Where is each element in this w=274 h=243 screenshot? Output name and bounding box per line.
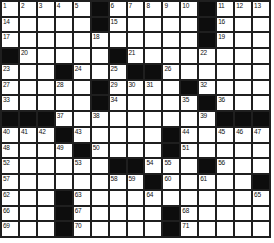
cell-r15c1[interactable]: 69	[2, 222, 18, 236]
cell-r7c14[interactable]	[235, 96, 251, 110]
cell-r13c10[interactable]	[163, 191, 179, 205]
cell-r15c9[interactable]	[145, 222, 161, 236]
clue-number: 5	[75, 2, 78, 9]
cell-r15c14[interactable]	[235, 222, 251, 236]
cell-r3c14[interactable]	[235, 33, 251, 47]
cell-r11c13[interactable]: 56	[217, 159, 233, 173]
clue-number: 46	[236, 128, 243, 135]
cell-r6c15[interactable]	[253, 81, 269, 95]
cell-r9c11[interactable]: 44	[181, 128, 197, 142]
black-cell-r5c8	[128, 65, 144, 79]
clue-number: 27	[3, 81, 10, 88]
clue-number: 54	[146, 159, 153, 166]
cell-r5c6[interactable]	[92, 65, 108, 79]
cell-r10c11[interactable]: 51	[181, 144, 197, 158]
clue-number: 1	[3, 2, 6, 9]
cell-r4c5[interactable]	[74, 49, 90, 63]
clue-number: 13	[254, 2, 261, 9]
clue-number: 69	[3, 222, 10, 229]
cell-r1c5[interactable]: 5	[74, 2, 90, 16]
black-cell-r8c14	[235, 112, 251, 126]
clue-number: 22	[200, 49, 207, 56]
cell-r10c15[interactable]	[253, 144, 269, 158]
black-cell-r8c2	[20, 112, 36, 126]
cell-r2c13[interactable]: 16	[217, 18, 233, 32]
cell-r10c8[interactable]	[128, 144, 144, 158]
cell-r15c12[interactable]	[199, 222, 215, 236]
cell-r12c6[interactable]	[92, 175, 108, 189]
cell-r9c12[interactable]	[199, 128, 215, 142]
cell-r12c4[interactable]	[56, 175, 72, 189]
cell-r14c13[interactable]	[217, 207, 233, 221]
clue-number: 70	[75, 222, 82, 229]
cell-r8c6[interactable]: 38	[92, 112, 108, 126]
clue-number: 64	[146, 191, 153, 198]
cell-r7c5[interactable]	[74, 96, 90, 110]
clue-number: 29	[111, 81, 118, 88]
clue-number: 3	[39, 2, 42, 9]
cell-r4c6[interactable]	[92, 49, 108, 63]
cell-r8c11[interactable]	[181, 112, 197, 126]
cell-r12c5[interactable]	[74, 175, 90, 189]
clue-number: 8	[146, 2, 149, 9]
cell-r5c2[interactable]	[20, 65, 36, 79]
clue-number: 14	[3, 18, 10, 25]
black-cell-r5c9	[145, 65, 161, 79]
cell-r14c5[interactable]: 67	[74, 207, 90, 221]
cell-r8c12[interactable]: 39	[199, 112, 215, 126]
clue-number: 32	[200, 81, 207, 88]
black-cell-r10c5	[74, 144, 90, 158]
cell-r6c14[interactable]	[235, 81, 251, 95]
black-cell-r13c4	[56, 191, 72, 205]
clue-number: 21	[129, 49, 136, 56]
cell-r6c13[interactable]	[217, 81, 233, 95]
cell-r1c10[interactable]: 9	[163, 2, 179, 16]
clue-number: 68	[182, 207, 189, 214]
clue-number: 47	[254, 128, 261, 135]
cell-r13c3[interactable]	[38, 191, 54, 205]
cell-r7c13[interactable]: 36	[217, 96, 233, 110]
cell-r1c14[interactable]: 12	[235, 2, 251, 16]
cell-r11c1[interactable]: 52	[2, 159, 18, 173]
clue-number: 45	[218, 128, 225, 135]
clue-number: 66	[3, 207, 10, 214]
cell-r5c3[interactable]	[38, 65, 54, 79]
cell-r12c10[interactable]: 60	[163, 175, 179, 189]
cell-r13c6[interactable]	[92, 191, 108, 205]
black-cell-r6c11	[181, 81, 197, 95]
cell-r9c15[interactable]: 47	[253, 128, 269, 142]
black-cell-r9c4	[56, 128, 72, 142]
black-cell-r3c12	[199, 33, 215, 47]
cell-r3c3[interactable]	[38, 33, 54, 47]
cell-r2c5[interactable]	[74, 18, 90, 32]
cell-r14c1[interactable]: 66	[2, 207, 18, 221]
cell-r12c8[interactable]: 59	[128, 175, 144, 189]
cell-r5c13[interactable]	[217, 65, 233, 79]
black-cell-r8c15	[253, 112, 269, 126]
cell-r2c4[interactable]	[56, 18, 72, 32]
clue-number: 19	[218, 33, 225, 40]
clue-number: 34	[111, 96, 118, 103]
cell-r11c4[interactable]	[56, 159, 72, 173]
clue-number: 44	[182, 128, 189, 135]
cell-r6c5[interactable]	[74, 81, 90, 95]
cell-r6c3[interactable]	[38, 81, 54, 95]
black-cell-r14c4	[56, 207, 72, 221]
clue-number: 41	[21, 128, 28, 135]
cell-r9c8[interactable]	[128, 128, 144, 142]
clue-number: 26	[164, 65, 171, 72]
clue-number: 28	[57, 81, 64, 88]
cell-r9c7[interactable]	[110, 128, 126, 142]
black-cell-r4c7	[110, 49, 126, 63]
clue-number: 33	[3, 96, 10, 103]
cell-r2c14[interactable]	[235, 18, 251, 32]
cell-r12c3[interactable]	[38, 175, 54, 189]
cell-r10c12[interactable]	[199, 144, 215, 158]
cell-r2c3[interactable]	[38, 18, 54, 32]
cell-r6c12[interactable]: 32	[199, 81, 215, 95]
clue-number: 18	[93, 33, 100, 40]
cell-r14c2[interactable]	[20, 207, 36, 221]
cell-r4c10[interactable]	[163, 49, 179, 63]
clue-number: 2	[21, 2, 24, 9]
clue-number: 30	[129, 81, 136, 88]
black-cell-r6c6	[92, 81, 108, 95]
cell-r11c6[interactable]	[92, 159, 108, 173]
clue-number: 39	[200, 112, 207, 119]
cell-r6c2[interactable]	[20, 81, 36, 95]
cell-r3c15[interactable]	[253, 33, 269, 47]
cell-r3c8[interactable]	[128, 33, 144, 47]
crossword-board: 1234567891011121314151617181920212223242…	[0, 0, 271, 238]
cell-r1c11[interactable]: 10	[181, 2, 197, 16]
cell-r7c1[interactable]: 33	[2, 96, 18, 110]
clue-number: 51	[182, 144, 189, 151]
cell-r1c13[interactable]: 11	[217, 2, 233, 16]
cell-r9c13[interactable]: 45	[217, 128, 233, 142]
cell-r3c6[interactable]: 18	[92, 33, 108, 47]
cell-r10c9[interactable]	[145, 144, 161, 158]
cell-r15c7[interactable]	[110, 222, 126, 236]
cell-r8c9[interactable]	[145, 112, 161, 126]
cell-r13c11[interactable]	[181, 191, 197, 205]
cell-r12c7[interactable]: 58	[110, 175, 126, 189]
cell-r6c9[interactable]: 31	[145, 81, 161, 95]
cell-r9c3[interactable]: 42	[38, 128, 54, 142]
cell-r12c11[interactable]	[181, 175, 197, 189]
cell-r8c8[interactable]	[128, 112, 144, 126]
cell-r5c12[interactable]	[199, 65, 215, 79]
black-cell-r2c6	[92, 18, 108, 32]
cell-r12c12[interactable]: 61	[199, 175, 215, 189]
cell-r13c15[interactable]: 65	[253, 191, 269, 205]
cell-r14c12[interactable]	[199, 207, 215, 221]
black-cell-r1c6	[92, 2, 108, 16]
cell-r11c3[interactable]	[38, 159, 54, 173]
cell-r4c4[interactable]	[56, 49, 72, 63]
cell-r13c7[interactable]	[110, 191, 126, 205]
cell-r15c8[interactable]	[128, 222, 144, 236]
cell-r7c9[interactable]	[145, 96, 161, 110]
clue-number: 59	[129, 175, 136, 182]
cell-r7c8[interactable]	[128, 96, 144, 110]
cell-r4c9[interactable]	[145, 49, 161, 63]
clue-number: 10	[182, 2, 189, 9]
cell-r10c2[interactable]	[20, 144, 36, 158]
cell-r1c1[interactable]: 1	[2, 2, 18, 16]
cell-r1c8[interactable]: 7	[128, 2, 144, 16]
cell-r15c3[interactable]	[38, 222, 54, 236]
clue-number: 61	[200, 175, 207, 182]
cell-r3c5[interactable]	[74, 33, 90, 47]
cell-r10c3[interactable]	[38, 144, 54, 158]
black-cell-r2c12	[199, 18, 215, 32]
cell-r4c3[interactable]	[38, 49, 54, 63]
cell-r2c9[interactable]	[145, 18, 161, 32]
black-cell-r12c9	[145, 175, 161, 189]
cell-r7c11[interactable]: 35	[181, 96, 197, 110]
cell-r13c8[interactable]	[128, 191, 144, 205]
cell-r12c2[interactable]	[20, 175, 36, 189]
cell-r14c15[interactable]	[253, 207, 269, 221]
cell-r2c8[interactable]	[128, 18, 144, 32]
cell-r4c15[interactable]	[253, 49, 269, 63]
cell-r11c14[interactable]	[235, 159, 251, 173]
cell-r3c4[interactable]	[56, 33, 72, 47]
cell-r14c11[interactable]: 68	[181, 207, 197, 221]
cell-r2c10[interactable]	[163, 18, 179, 32]
clue-number: 38	[93, 112, 100, 119]
black-cell-r7c12	[199, 96, 215, 110]
cell-r8c10[interactable]	[163, 112, 179, 126]
clue-number: 17	[3, 33, 10, 40]
cell-r13c5[interactable]: 63	[74, 191, 90, 205]
cell-r13c1[interactable]: 62	[2, 191, 18, 205]
cell-r8c4[interactable]: 37	[56, 112, 72, 126]
clue-number: 58	[111, 175, 118, 182]
black-cell-r11c12	[199, 159, 215, 173]
cell-r3c11[interactable]	[181, 33, 197, 47]
black-cell-r8c1	[2, 112, 18, 126]
clue-number: 50	[93, 144, 100, 151]
cell-r1c2[interactable]: 2	[20, 2, 36, 16]
clue-number: 4	[57, 2, 60, 9]
clue-number: 40	[3, 128, 10, 135]
cell-r3c9[interactable]	[145, 33, 161, 47]
cell-r3c2[interactable]	[20, 33, 36, 47]
cell-r7c15[interactable]	[253, 96, 269, 110]
cell-r9c9[interactable]	[145, 128, 161, 142]
cell-r5c5[interactable]: 24	[74, 65, 90, 79]
cell-r5c7[interactable]: 25	[110, 65, 126, 79]
black-cell-r7c6	[92, 96, 108, 110]
clue-number: 65	[254, 191, 261, 198]
cell-r6c10[interactable]	[163, 81, 179, 95]
cell-r6c1[interactable]: 27	[2, 81, 18, 95]
clue-number: 31	[146, 81, 153, 88]
cell-r2c1[interactable]: 14	[2, 18, 18, 32]
black-cell-r11c8	[128, 159, 144, 173]
cell-r4c13[interactable]	[217, 49, 233, 63]
cell-r11c2[interactable]	[20, 159, 36, 173]
cell-r15c2[interactable]	[20, 222, 36, 236]
clue-number: 9	[164, 2, 167, 9]
black-cell-r12c15	[253, 175, 269, 189]
clue-number: 25	[111, 65, 118, 72]
cell-r7c4[interactable]	[56, 96, 72, 110]
clue-number: 57	[3, 175, 10, 182]
black-cell-r4c1	[2, 49, 18, 63]
cell-r14c9[interactable]	[145, 207, 161, 221]
cell-r9c1[interactable]: 40	[2, 128, 18, 142]
cell-r5c11[interactable]	[181, 65, 197, 79]
cell-r3c7[interactable]	[110, 33, 126, 47]
clue-number: 16	[218, 18, 225, 25]
cell-r15c5[interactable]: 70	[74, 222, 90, 236]
cell-r6c4[interactable]: 28	[56, 81, 72, 95]
cell-r4c8[interactable]: 21	[128, 49, 144, 63]
cell-r3c13[interactable]: 19	[217, 33, 233, 47]
clue-number: 67	[75, 207, 82, 214]
clue-number: 56	[218, 159, 225, 166]
clue-number: 63	[75, 191, 82, 198]
clue-number: 43	[75, 128, 82, 135]
clue-number: 60	[164, 175, 171, 182]
cell-r13c2[interactable]	[20, 191, 36, 205]
cell-r6c8[interactable]: 30	[128, 81, 144, 95]
black-cell-r15c10	[163, 222, 179, 236]
clue-number: 24	[75, 65, 82, 72]
black-cell-r8c13	[217, 112, 233, 126]
cell-r6c7[interactable]: 29	[110, 81, 126, 95]
cell-r10c6[interactable]: 50	[92, 144, 108, 158]
cell-r1c7[interactable]: 6	[110, 2, 126, 16]
clue-number: 52	[3, 159, 10, 166]
black-cell-r15c4	[56, 222, 72, 236]
clue-number: 37	[57, 112, 64, 119]
cell-r10c7[interactable]	[110, 144, 126, 158]
cell-r7c2[interactable]	[20, 96, 36, 110]
cell-r13c12[interactable]	[199, 191, 215, 205]
cell-r9c5[interactable]: 43	[74, 128, 90, 142]
cell-r3c10[interactable]	[163, 33, 179, 47]
cell-r11c15[interactable]	[253, 159, 269, 173]
cell-r8c7[interactable]	[110, 112, 126, 126]
cell-r11c5[interactable]: 53	[74, 159, 90, 173]
cell-r1c15[interactable]: 13	[253, 2, 269, 16]
black-cell-r8c3	[38, 112, 54, 126]
black-cell-r5c4	[56, 65, 72, 79]
clue-number: 23	[3, 65, 10, 72]
cell-r2c15[interactable]	[253, 18, 269, 32]
cell-r14c8[interactable]	[128, 207, 144, 221]
cell-r11c10[interactable]: 55	[163, 159, 179, 173]
cell-r12c1[interactable]: 57	[2, 175, 18, 189]
cell-r10c1[interactable]: 48	[2, 144, 18, 158]
black-cell-r10c10	[163, 144, 179, 158]
black-cell-r9c10	[163, 128, 179, 142]
cell-r4c12[interactable]: 22	[199, 49, 215, 63]
cell-r4c2[interactable]: 20	[20, 49, 36, 63]
cell-r15c6[interactable]	[92, 222, 108, 236]
cell-r8c5[interactable]	[74, 112, 90, 126]
cell-r10c13[interactable]	[217, 144, 233, 158]
cell-r1c9[interactable]: 8	[145, 2, 161, 16]
cell-r15c13[interactable]	[217, 222, 233, 236]
cell-r12c14[interactable]	[235, 175, 251, 189]
black-cell-r1c12	[199, 2, 215, 16]
cell-r5c10[interactable]: 26	[163, 65, 179, 79]
cell-r15c15[interactable]	[253, 222, 269, 236]
cell-r7c7[interactable]: 34	[110, 96, 126, 110]
cell-r7c3[interactable]	[38, 96, 54, 110]
clue-number: 11	[218, 2, 224, 9]
cell-r14c14[interactable]	[235, 207, 251, 221]
cell-r5c14[interactable]	[235, 65, 251, 79]
black-cell-r11c7	[110, 159, 126, 173]
clue-number: 6	[111, 2, 114, 9]
cell-r14c7[interactable]	[110, 207, 126, 221]
clue-number: 15	[111, 18, 118, 25]
clue-number: 62	[3, 191, 10, 198]
cell-r7c10[interactable]	[163, 96, 179, 110]
cell-r15c11[interactable]: 71	[181, 222, 197, 236]
cell-r1c4[interactable]: 4	[56, 2, 72, 16]
clue-number: 20	[21, 49, 28, 56]
clue-number: 7	[129, 2, 132, 9]
black-cell-r14c10	[163, 207, 179, 221]
cell-r9c14[interactable]: 46	[235, 128, 251, 142]
cell-r12c13[interactable]	[217, 175, 233, 189]
cell-r11c11[interactable]	[181, 159, 197, 173]
cell-r2c11[interactable]	[181, 18, 197, 32]
cell-r5c15[interactable]	[253, 65, 269, 79]
clue-number: 49	[57, 144, 64, 151]
cell-r5c1[interactable]: 23	[2, 65, 18, 79]
clue-number: 12	[236, 2, 243, 9]
cell-r13c14[interactable]	[235, 191, 251, 205]
cell-r13c13[interactable]	[217, 191, 233, 205]
clue-number: 36	[218, 96, 225, 103]
cell-r9c6[interactable]	[92, 128, 108, 142]
cell-r14c3[interactable]	[38, 207, 54, 221]
cell-r3c1[interactable]: 17	[2, 33, 18, 47]
cell-r10c4[interactable]: 49	[56, 144, 72, 158]
clue-number: 53	[75, 159, 82, 166]
cell-r2c2[interactable]	[20, 18, 36, 32]
cell-r11c9[interactable]: 54	[145, 159, 161, 173]
clue-number: 42	[39, 128, 46, 135]
cell-r13c9[interactable]: 64	[145, 191, 161, 205]
cell-r14c6[interactable]	[92, 207, 108, 221]
cell-r9c2[interactable]: 41	[20, 128, 36, 142]
clue-number: 71	[182, 222, 189, 229]
cell-r10c14[interactable]	[235, 144, 251, 158]
clue-number: 35	[182, 96, 189, 103]
cell-r4c11[interactable]	[181, 49, 197, 63]
cell-r4c14[interactable]	[235, 49, 251, 63]
clue-number: 48	[3, 144, 10, 151]
clue-number: 55	[164, 159, 171, 166]
cell-r2c7[interactable]: 15	[110, 18, 126, 32]
cell-r1c3[interactable]: 3	[38, 2, 54, 16]
